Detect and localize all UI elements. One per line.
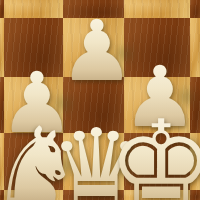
chess-board: ♟♟♟♞♛♚ (0, 0, 200, 200)
board-square-r0c1[interactable] (4, 0, 63, 18)
white-king[interactable]: ♚ (107, 105, 200, 200)
board-square-r0c4[interactable] (190, 0, 200, 18)
